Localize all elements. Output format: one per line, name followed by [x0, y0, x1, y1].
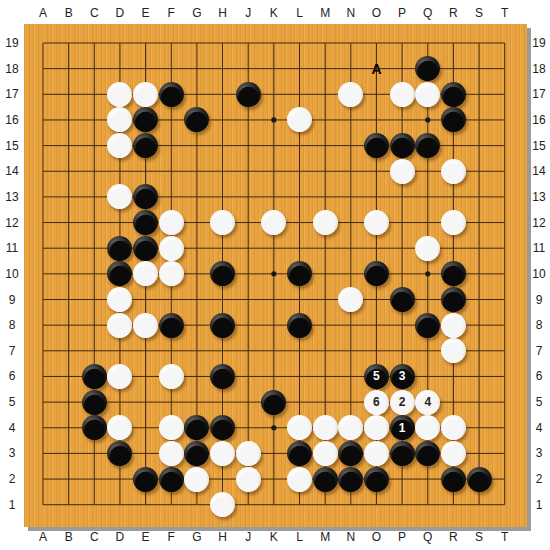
white-stone: ●6 — [364, 390, 389, 415]
black-stone: ● — [107, 236, 132, 261]
black-stone: ● — [287, 441, 312, 466]
column-label: B — [56, 529, 82, 545]
black-stone: ● — [441, 467, 466, 492]
go-stone-glyph: ● — [441, 441, 466, 466]
go-stone-glyph: ● — [364, 210, 389, 235]
go-stone-glyph: ● — [133, 210, 158, 235]
go-stone-glyph: ● — [287, 313, 312, 338]
go-stone-glyph: ● — [107, 236, 132, 261]
go-stone-glyph: ● — [210, 210, 235, 235]
column-label: N — [338, 5, 364, 21]
row-label: 10 — [526, 266, 550, 282]
row-label: 15 — [0, 138, 25, 154]
black-stone: ● — [364, 467, 389, 492]
white-stone: ● — [184, 467, 209, 492]
column-label: T — [492, 5, 518, 21]
go-stone-glyph: ● — [441, 287, 466, 312]
go-stone-glyph: ● — [82, 415, 107, 440]
go-stone-glyph: ● — [415, 82, 440, 107]
go-stone-glyph: ● — [313, 415, 338, 440]
black-stone: ● — [338, 467, 363, 492]
row-label: 18 — [0, 61, 25, 77]
column-label: P — [389, 529, 415, 545]
column-label: C — [81, 529, 107, 545]
row-label: 15 — [526, 138, 550, 154]
black-stone: ● — [210, 313, 235, 338]
column-label: G — [184, 529, 210, 545]
white-stone: ● — [159, 364, 184, 389]
go-stone-glyph: ● — [390, 133, 415, 158]
go-stone-glyph: ● — [210, 313, 235, 338]
go-stone-glyph: ● — [159, 364, 184, 389]
black-stone: ● — [467, 467, 492, 492]
black-stone: ● — [364, 133, 389, 158]
star-point — [271, 271, 276, 276]
row-label: 16 — [0, 112, 25, 128]
column-label: B — [56, 5, 82, 21]
row-label: 19 — [526, 35, 550, 51]
column-label: R — [440, 5, 466, 21]
column-label: F — [158, 529, 184, 545]
point-label-A: A — [367, 60, 385, 78]
go-stone-glyph: ● — [159, 313, 184, 338]
go-stone-glyph: ● — [133, 313, 158, 338]
go-stone-glyph: ● — [364, 441, 389, 466]
go-stone-glyph: ● — [415, 313, 440, 338]
black-stone: ● — [415, 313, 440, 338]
white-stone: ● — [364, 441, 389, 466]
white-stone: ● — [159, 415, 184, 440]
white-stone: ● — [338, 82, 363, 107]
black-stone: ● — [159, 82, 184, 107]
column-label: M — [312, 5, 338, 21]
white-stone: ● — [441, 441, 466, 466]
move-number-label: 4 — [424, 395, 431, 409]
white-stone: ● — [390, 82, 415, 107]
black-stone: ●5 — [364, 364, 389, 389]
go-stone-glyph: ● — [159, 210, 184, 235]
column-label: M — [312, 529, 338, 545]
white-stone: ● — [313, 415, 338, 440]
go-stone-glyph: ● — [364, 133, 389, 158]
black-stone: ●1 — [390, 415, 415, 440]
black-stone: ● — [236, 82, 261, 107]
column-label: Q — [415, 5, 441, 21]
row-label: 14 — [0, 163, 25, 179]
star-point — [425, 117, 430, 122]
move-number-label: 5 — [373, 369, 380, 383]
row-label: 6 — [526, 368, 550, 384]
row-label: 1 — [526, 497, 550, 513]
go-stone-glyph: ● — [390, 82, 415, 107]
black-stone: ● — [261, 390, 286, 415]
column-label: L — [287, 5, 313, 21]
go-stone-glyph: ● — [390, 287, 415, 312]
go-stone-glyph: ● — [133, 82, 158, 107]
row-label: 3 — [526, 445, 550, 461]
white-stone: ● — [415, 236, 440, 261]
go-stone-glyph: ● — [236, 467, 261, 492]
go-stone-glyph: ● — [415, 236, 440, 261]
go-stone-glyph: ● — [338, 467, 363, 492]
go-stone-glyph: ● — [261, 390, 286, 415]
column-label: K — [261, 529, 287, 545]
black-stone: ● — [82, 390, 107, 415]
row-label: 16 — [526, 112, 550, 128]
go-stone-glyph: ● — [441, 415, 466, 440]
white-stone: ● — [313, 210, 338, 235]
row-label: 11 — [526, 240, 550, 256]
black-stone: ● — [287, 313, 312, 338]
go-stone-glyph: ● — [441, 159, 466, 184]
column-label: T — [492, 529, 518, 545]
black-stone: ● — [415, 441, 440, 466]
white-stone: ● — [210, 441, 235, 466]
go-stone-glyph: ● — [441, 467, 466, 492]
column-label: C — [81, 5, 107, 21]
move-number-label: 6 — [373, 395, 380, 409]
column-label: J — [235, 529, 261, 545]
black-stone: ● — [390, 441, 415, 466]
column-label: K — [261, 5, 287, 21]
column-label: D — [107, 5, 133, 21]
black-stone: ● — [159, 467, 184, 492]
go-stone-glyph: ● — [159, 415, 184, 440]
go-stone-glyph: ● — [364, 467, 389, 492]
go-stone-glyph: ● — [159, 441, 184, 466]
move-number-label: 3 — [399, 369, 406, 383]
black-stone: ● — [133, 236, 158, 261]
white-stone: ● — [441, 159, 466, 184]
row-label: 17 — [526, 86, 550, 102]
go-stone-glyph: ● — [159, 236, 184, 261]
go-diagram: ABCDEFGHJKLMNOPQRST ABCDEFGHJKLMNOPQRST … — [0, 0, 550, 550]
row-label: 5 — [0, 394, 25, 410]
row-label: 10 — [0, 266, 25, 282]
white-stone: ● — [441, 210, 466, 235]
row-label: 2 — [0, 471, 25, 487]
column-label: J — [235, 5, 261, 21]
column-label: E — [133, 5, 159, 21]
white-stone: ●2 — [390, 390, 415, 415]
column-label: D — [107, 529, 133, 545]
column-label: H — [210, 5, 236, 21]
go-board[interactable]: ●●●●●●●●●●●●●●●●●●●●●●●●●●●●●●●●●●●●●●●●… — [24, 24, 527, 527]
row-label: 7 — [526, 343, 550, 359]
white-stone: ● — [236, 467, 261, 492]
row-label: 4 — [0, 420, 25, 436]
column-label: G — [184, 5, 210, 21]
white-stone: ● — [133, 313, 158, 338]
white-stone: ● — [236, 441, 261, 466]
white-stone: ● — [441, 415, 466, 440]
row-label: 12 — [526, 215, 550, 231]
go-stone-glyph: ● — [236, 441, 261, 466]
black-stone: ● — [159, 313, 184, 338]
white-stone: ●4 — [415, 390, 440, 415]
go-stone-glyph: ● — [210, 364, 235, 389]
row-label: 17 — [0, 86, 25, 102]
go-stone-glyph: ● — [159, 261, 184, 286]
white-stone: ● — [313, 441, 338, 466]
go-stone-glyph: ● — [415, 441, 440, 466]
black-stone: ●3 — [390, 364, 415, 389]
column-label: L — [287, 529, 313, 545]
go-stone-glyph: ● — [236, 82, 261, 107]
column-label: F — [158, 5, 184, 21]
white-stone: ● — [159, 261, 184, 286]
column-label: O — [363, 529, 389, 545]
go-stone-glyph: ● — [184, 467, 209, 492]
column-label: Q — [415, 529, 441, 545]
go-stone-glyph: ● — [313, 210, 338, 235]
black-stone: ● — [82, 364, 107, 389]
row-label: 13 — [0, 189, 25, 205]
column-label: R — [440, 529, 466, 545]
row-label: 13 — [526, 189, 550, 205]
star-point — [425, 271, 430, 276]
go-stone-glyph: ● — [467, 467, 492, 492]
row-label: 11 — [0, 240, 25, 256]
column-label: N — [338, 529, 364, 545]
row-label: 18 — [526, 61, 550, 77]
go-stone-glyph: ● — [107, 313, 132, 338]
black-stone: ● — [82, 415, 107, 440]
go-stone-glyph: ● — [133, 236, 158, 261]
row-label: 5 — [526, 394, 550, 410]
white-stone: ● — [133, 82, 158, 107]
row-label: 7 — [0, 343, 25, 359]
column-label: E — [133, 529, 159, 545]
go-stone-glyph: ● — [441, 210, 466, 235]
column-label: S — [466, 529, 492, 545]
row-label: 8 — [0, 317, 25, 333]
go-stone-glyph: ● — [287, 467, 312, 492]
row-label: 2 — [526, 471, 550, 487]
row-label: 9 — [526, 292, 550, 308]
black-stone: ● — [441, 82, 466, 107]
white-stone: ● — [390, 159, 415, 184]
white-stone: ● — [159, 210, 184, 235]
go-stone-glyph: ● — [338, 82, 363, 107]
go-stone-glyph: ● — [287, 441, 312, 466]
star-point — [271, 117, 276, 122]
row-label: 14 — [526, 163, 550, 179]
white-stone: ● — [159, 236, 184, 261]
go-stone-glyph: ● — [159, 467, 184, 492]
white-stone: ● — [210, 210, 235, 235]
white-stone: ● — [107, 313, 132, 338]
go-stone-glyph: ● — [441, 82, 466, 107]
row-label: 3 — [0, 445, 25, 461]
column-label: A — [30, 5, 56, 21]
row-label: 12 — [0, 215, 25, 231]
move-number-label: 1 — [399, 421, 406, 435]
go-stone-glyph: ● — [313, 467, 338, 492]
row-label: 9 — [0, 292, 25, 308]
white-stone: ● — [159, 441, 184, 466]
black-stone: ● — [313, 467, 338, 492]
row-label: 19 — [0, 35, 25, 51]
go-stone-glyph: ● — [441, 313, 466, 338]
black-stone: ● — [133, 467, 158, 492]
star-point — [271, 425, 276, 430]
row-label: 1 — [0, 497, 25, 513]
column-label: A — [30, 529, 56, 545]
go-stone-glyph: ● — [390, 441, 415, 466]
black-stone: ● — [133, 210, 158, 235]
white-stone: ● — [441, 313, 466, 338]
go-stone-glyph: ● — [210, 441, 235, 466]
column-label: H — [210, 529, 236, 545]
go-stone-glyph: ● — [133, 467, 158, 492]
row-label: 4 — [526, 420, 550, 436]
black-stone: ● — [210, 364, 235, 389]
white-stone: ● — [364, 210, 389, 235]
black-stone: ● — [441, 287, 466, 312]
go-stone-glyph: ● — [390, 159, 415, 184]
white-stone: ● — [287, 467, 312, 492]
go-stone-glyph: ● — [313, 441, 338, 466]
row-label: 6 — [0, 368, 25, 384]
white-stone: ● — [415, 82, 440, 107]
black-stone: ● — [390, 133, 415, 158]
move-number-label: 2 — [399, 395, 406, 409]
go-stone-glyph: ● — [159, 82, 184, 107]
column-label: S — [466, 5, 492, 21]
column-label: P — [389, 5, 415, 21]
go-stone-glyph: ● — [82, 390, 107, 415]
go-stone-glyph: ● — [82, 364, 107, 389]
column-label: O — [363, 5, 389, 21]
black-stone: ● — [390, 287, 415, 312]
row-label: 8 — [526, 317, 550, 333]
